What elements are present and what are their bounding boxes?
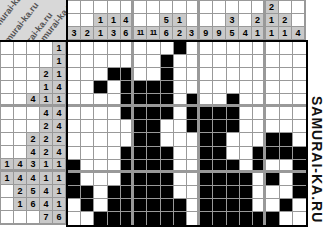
board-cell[interactable] bbox=[174, 212, 187, 225]
board-cell[interactable] bbox=[108, 173, 121, 186]
board-cell[interactable] bbox=[147, 107, 160, 120]
board-cell[interactable] bbox=[147, 81, 160, 94]
board-cell[interactable] bbox=[108, 94, 121, 107]
board-cell[interactable] bbox=[68, 68, 81, 81]
col-clue-cell bbox=[81, 14, 94, 27]
board-cell[interactable] bbox=[213, 173, 226, 186]
board-cell[interactable] bbox=[293, 107, 306, 120]
board-cell[interactable] bbox=[227, 107, 240, 120]
board-cell[interactable] bbox=[200, 173, 213, 186]
board-cell[interactable] bbox=[227, 147, 240, 160]
board-cell[interactable] bbox=[200, 55, 213, 68]
board-cell[interactable] bbox=[68, 147, 81, 160]
board-cell[interactable] bbox=[200, 199, 213, 212]
row-clue-cell: 1 bbox=[40, 94, 53, 107]
board-cell[interactable] bbox=[213, 55, 226, 68]
col-clue-cell bbox=[68, 14, 81, 27]
col-clue-cell: 4 bbox=[292, 27, 305, 40]
board-cell[interactable] bbox=[253, 199, 266, 212]
board-cell[interactable] bbox=[94, 55, 107, 68]
board-cell[interactable] bbox=[121, 55, 134, 68]
board-cell[interactable] bbox=[121, 133, 134, 146]
board-cell[interactable] bbox=[213, 212, 226, 225]
board-cell[interactable] bbox=[68, 94, 81, 107]
col-clue-cell: 1 bbox=[108, 14, 121, 27]
board-cell[interactable] bbox=[134, 133, 147, 146]
board-cell[interactable] bbox=[108, 199, 121, 212]
board-cell[interactable] bbox=[280, 147, 293, 160]
board-cell[interactable] bbox=[200, 186, 213, 199]
board-cell[interactable] bbox=[147, 133, 160, 146]
board-cell[interactable] bbox=[108, 120, 121, 133]
board-cell[interactable] bbox=[134, 120, 147, 133]
board-cell[interactable] bbox=[280, 160, 293, 173]
board-cell[interactable] bbox=[94, 81, 107, 94]
board-cell[interactable] bbox=[108, 81, 121, 94]
board-cell[interactable] bbox=[213, 81, 226, 94]
col-clue-cell bbox=[213, 14, 226, 27]
board-cell[interactable] bbox=[81, 120, 94, 133]
board-cell[interactable] bbox=[147, 55, 160, 68]
board-cell[interactable] bbox=[200, 81, 213, 94]
board-cell[interactable] bbox=[240, 68, 253, 81]
board-cell[interactable] bbox=[147, 212, 160, 225]
board-cell[interactable] bbox=[213, 42, 226, 55]
board-cell[interactable] bbox=[240, 160, 253, 173]
board-cell[interactable] bbox=[121, 160, 134, 173]
board-cell[interactable] bbox=[134, 81, 147, 94]
board-cell[interactable] bbox=[94, 173, 107, 186]
board-cell[interactable] bbox=[253, 81, 266, 94]
board-cell[interactable] bbox=[266, 42, 279, 55]
board-cell[interactable] bbox=[293, 120, 306, 133]
board-cell[interactable] bbox=[227, 81, 240, 94]
board-cell[interactable] bbox=[227, 55, 240, 68]
board-cell[interactable] bbox=[253, 107, 266, 120]
board-cell[interactable] bbox=[68, 212, 81, 225]
board-cell[interactable] bbox=[187, 107, 200, 120]
board-cell[interactable] bbox=[280, 94, 293, 107]
board-cell[interactable] bbox=[280, 120, 293, 133]
board-cell[interactable] bbox=[280, 107, 293, 120]
board-cell[interactable] bbox=[293, 94, 306, 107]
board-cell[interactable] bbox=[227, 120, 240, 133]
board-cell[interactable] bbox=[134, 160, 147, 173]
board-cell[interactable] bbox=[134, 68, 147, 81]
board-cell[interactable] bbox=[213, 147, 226, 160]
board-cell[interactable] bbox=[161, 160, 174, 173]
board-cell[interactable] bbox=[147, 147, 160, 160]
board-cell[interactable] bbox=[174, 94, 187, 107]
board-cell[interactable] bbox=[293, 199, 306, 212]
board-cell[interactable] bbox=[280, 55, 293, 68]
board-cell[interactable] bbox=[94, 199, 107, 212]
board-cell[interactable] bbox=[240, 94, 253, 107]
board-cell[interactable] bbox=[174, 55, 187, 68]
board-cell[interactable] bbox=[240, 42, 253, 55]
board-cell[interactable] bbox=[293, 160, 306, 173]
board-cell[interactable] bbox=[200, 107, 213, 120]
board-cell[interactable] bbox=[147, 42, 160, 55]
row-clue-cell bbox=[1, 185, 14, 198]
board-cell[interactable] bbox=[240, 55, 253, 68]
board-cell[interactable] bbox=[200, 68, 213, 81]
col-clue-cell bbox=[108, 1, 121, 14]
board-cell[interactable] bbox=[253, 68, 266, 81]
board-cell[interactable] bbox=[200, 212, 213, 225]
board-cell[interactable] bbox=[187, 186, 200, 199]
board-cell[interactable] bbox=[134, 147, 147, 160]
board-cell[interactable] bbox=[253, 212, 266, 225]
board-cell[interactable] bbox=[227, 199, 240, 212]
board-cell[interactable] bbox=[293, 173, 306, 186]
board-cell[interactable] bbox=[266, 133, 279, 146]
board-cell[interactable] bbox=[266, 107, 279, 120]
board-cell[interactable] bbox=[108, 147, 121, 160]
board-cell[interactable] bbox=[147, 94, 160, 107]
board-cell[interactable] bbox=[108, 107, 121, 120]
board-cell[interactable] bbox=[161, 173, 174, 186]
board-cell[interactable] bbox=[161, 147, 174, 160]
board-cell[interactable] bbox=[81, 160, 94, 173]
row-clue-cell bbox=[14, 133, 27, 146]
board-cell[interactable] bbox=[161, 68, 174, 81]
board-cell[interactable] bbox=[280, 199, 293, 212]
board-cell[interactable] bbox=[81, 42, 94, 55]
board-cell[interactable] bbox=[68, 199, 81, 212]
board-cell[interactable] bbox=[200, 133, 213, 146]
col-clue-cell bbox=[160, 1, 173, 14]
board-cell[interactable] bbox=[280, 81, 293, 94]
board-cell[interactable] bbox=[81, 186, 94, 199]
col-clue-cell bbox=[147, 14, 160, 27]
board-cell[interactable] bbox=[147, 160, 160, 173]
board-cell[interactable] bbox=[121, 81, 134, 94]
board-cell[interactable] bbox=[108, 42, 121, 55]
col-clue-cell: 2 bbox=[252, 14, 265, 27]
board-cell[interactable] bbox=[293, 133, 306, 146]
row-clue-cell: 4 bbox=[14, 159, 27, 172]
board-cell[interactable] bbox=[227, 133, 240, 146]
board-cell[interactable] bbox=[161, 55, 174, 68]
board-cell[interactable] bbox=[266, 199, 279, 212]
board-cell[interactable] bbox=[81, 55, 94, 68]
board-cell[interactable] bbox=[68, 42, 81, 55]
board-cell[interactable] bbox=[134, 199, 147, 212]
board-cell[interactable] bbox=[266, 120, 279, 133]
board-cell[interactable] bbox=[147, 199, 160, 212]
board-cell[interactable] bbox=[213, 186, 226, 199]
board-cell[interactable] bbox=[68, 186, 81, 199]
board-cell[interactable] bbox=[266, 212, 279, 225]
board-cell[interactable] bbox=[293, 212, 306, 225]
board-cell[interactable] bbox=[94, 107, 107, 120]
board-cell[interactable] bbox=[94, 133, 107, 146]
board-cell[interactable] bbox=[174, 81, 187, 94]
board-cell[interactable] bbox=[213, 94, 226, 107]
board-cell[interactable] bbox=[121, 42, 134, 55]
board-cell[interactable] bbox=[108, 212, 121, 225]
board-cell[interactable] bbox=[161, 107, 174, 120]
board-cell[interactable] bbox=[213, 133, 226, 146]
col-clue-cell: 2 bbox=[266, 1, 279, 14]
board-cell[interactable] bbox=[134, 42, 147, 55]
board-cell[interactable] bbox=[253, 94, 266, 107]
board-cell[interactable] bbox=[81, 81, 94, 94]
row-clue-cell bbox=[27, 68, 40, 81]
board-cell[interactable] bbox=[174, 133, 187, 146]
col-clue-cell bbox=[94, 1, 107, 14]
board-cell[interactable] bbox=[68, 81, 81, 94]
board-cell[interactable] bbox=[293, 186, 306, 199]
board-cell[interactable] bbox=[81, 212, 94, 225]
board-cell[interactable] bbox=[121, 68, 134, 81]
board-cell[interactable] bbox=[280, 186, 293, 199]
board-cell[interactable] bbox=[108, 133, 121, 146]
board-cell[interactable] bbox=[266, 55, 279, 68]
board-cell[interactable] bbox=[280, 212, 293, 225]
board-cell[interactable] bbox=[161, 94, 174, 107]
board-cell[interactable] bbox=[94, 42, 107, 55]
board-cell[interactable] bbox=[81, 147, 94, 160]
board-cell[interactable] bbox=[227, 42, 240, 55]
board-cell[interactable] bbox=[187, 68, 200, 81]
board-cell[interactable] bbox=[81, 173, 94, 186]
col-clue-cell bbox=[200, 14, 213, 27]
board-cell[interactable] bbox=[81, 94, 94, 107]
row-clue-cell bbox=[1, 120, 14, 133]
col-clue-cell: 1 bbox=[266, 27, 279, 40]
board-cell[interactable] bbox=[134, 212, 147, 225]
board-cell[interactable] bbox=[68, 55, 81, 68]
board-cell[interactable] bbox=[213, 68, 226, 81]
col-clue-cell: 4 bbox=[239, 27, 252, 40]
row-clue-cell bbox=[14, 146, 27, 159]
board-cell[interactable] bbox=[121, 173, 134, 186]
board-cell[interactable] bbox=[147, 120, 160, 133]
col-clue-cell: 1 bbox=[279, 27, 292, 40]
col-clue-cell bbox=[187, 1, 200, 14]
row-clue-cell bbox=[27, 120, 40, 133]
board-cell[interactable] bbox=[161, 199, 174, 212]
board-cell[interactable] bbox=[213, 120, 226, 133]
board-cell[interactable] bbox=[253, 55, 266, 68]
board-cell[interactable] bbox=[240, 120, 253, 133]
board-cell[interactable] bbox=[108, 55, 121, 68]
board-cell[interactable] bbox=[174, 120, 187, 133]
board-cell[interactable] bbox=[134, 173, 147, 186]
row-clue-cell: 4 bbox=[27, 172, 40, 185]
board-cell[interactable] bbox=[174, 173, 187, 186]
row-clue-cell bbox=[1, 94, 14, 107]
board-cell[interactable] bbox=[240, 133, 253, 146]
board-cell[interactable] bbox=[94, 186, 107, 199]
board-cell[interactable] bbox=[187, 42, 200, 55]
board-cell[interactable] bbox=[266, 68, 279, 81]
col-clue-cell bbox=[200, 1, 213, 14]
board-cell[interactable] bbox=[134, 55, 147, 68]
board-cell[interactable] bbox=[94, 160, 107, 173]
board-cell[interactable] bbox=[266, 186, 279, 199]
board-cell[interactable] bbox=[240, 186, 253, 199]
board-cell[interactable] bbox=[174, 160, 187, 173]
board-cell[interactable] bbox=[280, 42, 293, 55]
board-cell[interactable] bbox=[187, 199, 200, 212]
row-clue-cell: 4 bbox=[53, 120, 66, 133]
board-cell[interactable] bbox=[174, 68, 187, 81]
board-cell[interactable] bbox=[174, 42, 187, 55]
board-cell[interactable] bbox=[293, 42, 306, 55]
board-cell[interactable] bbox=[200, 120, 213, 133]
board-cell[interactable] bbox=[266, 147, 279, 160]
row-clue-cell bbox=[14, 211, 27, 224]
board-cell[interactable] bbox=[161, 133, 174, 146]
row-clue-cell: 5 bbox=[27, 185, 40, 198]
board-cell[interactable] bbox=[94, 94, 107, 107]
board-cell[interactable] bbox=[266, 94, 279, 107]
board-cell[interactable] bbox=[253, 147, 266, 160]
col-clue-cell bbox=[292, 14, 305, 27]
board-cell[interactable] bbox=[134, 107, 147, 120]
board-cell[interactable] bbox=[68, 173, 81, 186]
board-cell[interactable] bbox=[161, 81, 174, 94]
board-cell[interactable] bbox=[200, 160, 213, 173]
board-cell[interactable] bbox=[266, 173, 279, 186]
col-clue-cell: 9 bbox=[200, 27, 213, 40]
board-cell[interactable] bbox=[161, 186, 174, 199]
board-cell[interactable] bbox=[227, 160, 240, 173]
board-cell[interactable] bbox=[161, 42, 174, 55]
board-cell[interactable] bbox=[121, 186, 134, 199]
corner-watermark: Samurai-ka.ru Samurai-ka.ru Samurai-ka.r… bbox=[0, 0, 68, 42]
board-cell[interactable] bbox=[253, 120, 266, 133]
board-cell[interactable] bbox=[108, 186, 121, 199]
board-cell[interactable] bbox=[147, 173, 160, 186]
board-cell[interactable] bbox=[253, 173, 266, 186]
row-clue-cell bbox=[14, 120, 27, 133]
board-cell[interactable] bbox=[174, 186, 187, 199]
board-cell[interactable] bbox=[94, 68, 107, 81]
board-cell[interactable] bbox=[227, 212, 240, 225]
board-cell[interactable] bbox=[266, 160, 279, 173]
board-cell[interactable] bbox=[187, 160, 200, 173]
board-cell[interactable] bbox=[161, 212, 174, 225]
board-cell[interactable] bbox=[68, 120, 81, 133]
board-cell[interactable] bbox=[266, 81, 279, 94]
row-clue-cell: 2 bbox=[40, 146, 53, 159]
board-cell[interactable] bbox=[253, 133, 266, 146]
board-cell[interactable] bbox=[253, 186, 266, 199]
board-cell[interactable] bbox=[213, 199, 226, 212]
board-cell[interactable] bbox=[200, 42, 213, 55]
board-cell[interactable] bbox=[121, 212, 134, 225]
board-cell[interactable] bbox=[121, 199, 134, 212]
row-clue-cell: 4 bbox=[53, 107, 66, 120]
row-clue-cell: 4 bbox=[27, 94, 40, 107]
board-cell[interactable] bbox=[81, 199, 94, 212]
board-cell[interactable] bbox=[240, 147, 253, 160]
board-cell[interactable] bbox=[121, 120, 134, 133]
board-cell[interactable] bbox=[187, 81, 200, 94]
board-cell[interactable] bbox=[134, 94, 147, 107]
board-cell[interactable] bbox=[187, 120, 200, 133]
board-cell[interactable] bbox=[187, 55, 200, 68]
row-clue-cell: 6 bbox=[27, 198, 40, 211]
board-cell[interactable] bbox=[293, 147, 306, 160]
board-cell[interactable] bbox=[227, 68, 240, 81]
board-cell[interactable] bbox=[187, 147, 200, 160]
board-cell[interactable] bbox=[147, 186, 160, 199]
board-cell[interactable] bbox=[293, 55, 306, 68]
board-cell[interactable] bbox=[293, 68, 306, 81]
board-cell[interactable] bbox=[280, 133, 293, 146]
board-cell[interactable] bbox=[108, 68, 121, 81]
board-cell[interactable] bbox=[134, 186, 147, 199]
board-cell[interactable] bbox=[240, 212, 253, 225]
col-clue-cell bbox=[292, 1, 305, 14]
board-cell[interactable] bbox=[81, 68, 94, 81]
board-cell[interactable] bbox=[200, 94, 213, 107]
col-clue-cell bbox=[239, 14, 252, 27]
board-cell[interactable] bbox=[187, 133, 200, 146]
row-clue-cell: 7 bbox=[40, 211, 53, 224]
col-clue-cell: 2 bbox=[279, 14, 292, 27]
board-cell[interactable] bbox=[187, 212, 200, 225]
board-cell[interactable] bbox=[147, 68, 160, 81]
board-cell[interactable] bbox=[68, 107, 81, 120]
board-cell[interactable] bbox=[94, 120, 107, 133]
board-cell[interactable] bbox=[161, 120, 174, 133]
row-clue-cell bbox=[14, 55, 27, 68]
board-cell[interactable] bbox=[227, 94, 240, 107]
board-cell[interactable] bbox=[213, 160, 226, 173]
board-cell[interactable] bbox=[253, 160, 266, 173]
board-cell[interactable] bbox=[68, 133, 81, 146]
col-clue-cell bbox=[147, 1, 160, 14]
board-cell[interactable] bbox=[213, 107, 226, 120]
board-cell[interactable] bbox=[280, 173, 293, 186]
board-cell[interactable] bbox=[174, 199, 187, 212]
board-cell[interactable] bbox=[227, 173, 240, 186]
board-cell[interactable] bbox=[240, 173, 253, 186]
board-cell[interactable] bbox=[240, 107, 253, 120]
board-cell[interactable] bbox=[121, 107, 134, 120]
board-cell[interactable] bbox=[187, 173, 200, 186]
board-cell[interactable] bbox=[94, 147, 107, 160]
board-cell[interactable] bbox=[94, 212, 107, 225]
board-cell[interactable] bbox=[81, 107, 94, 120]
board-cell[interactable] bbox=[174, 107, 187, 120]
board-cell[interactable] bbox=[240, 199, 253, 212]
col-clue-cell bbox=[121, 1, 134, 14]
board-cell[interactable] bbox=[108, 160, 121, 173]
board-cell[interactable] bbox=[227, 186, 240, 199]
row-clue-cell bbox=[27, 42, 40, 55]
board-cell[interactable] bbox=[68, 160, 81, 173]
board-cell[interactable] bbox=[253, 42, 266, 55]
board-cell[interactable] bbox=[200, 147, 213, 160]
board-cell[interactable] bbox=[121, 94, 134, 107]
board-cell[interactable] bbox=[81, 133, 94, 146]
board-cell[interactable] bbox=[187, 94, 200, 107]
board-cell[interactable] bbox=[240, 81, 253, 94]
board-cell[interactable] bbox=[121, 147, 134, 160]
board-cell[interactable] bbox=[293, 81, 306, 94]
col-clue-cell: 9 bbox=[213, 27, 226, 40]
board-cell[interactable] bbox=[174, 147, 187, 160]
row-clue-cell: 1 bbox=[53, 159, 66, 172]
board-cell[interactable] bbox=[280, 68, 293, 81]
